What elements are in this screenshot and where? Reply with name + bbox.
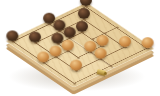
black-piece-b6[interactable] xyxy=(29,32,41,43)
white-piece-e3[interactable] xyxy=(97,35,109,46)
product-photo xyxy=(0,0,160,96)
white-piece-c4[interactable] xyxy=(62,40,74,51)
white-piece-a4[interactable] xyxy=(37,52,49,63)
white-piece-d2[interactable] xyxy=(95,48,107,59)
black-piece-f6[interactable] xyxy=(78,8,90,19)
white-piece-f2[interactable] xyxy=(119,36,131,47)
white-piece-b4[interactable] xyxy=(49,46,61,57)
black-piece-d5[interactable] xyxy=(64,27,76,38)
point-hole-a1 xyxy=(72,83,76,85)
white-piece-b2[interactable] xyxy=(70,60,82,71)
black-piece-g7[interactable] xyxy=(80,0,92,6)
black-piece-a7[interactable] xyxy=(6,30,18,41)
white-piece-g1[interactable] xyxy=(142,37,154,48)
black-piece-e5[interactable] xyxy=(76,21,88,32)
